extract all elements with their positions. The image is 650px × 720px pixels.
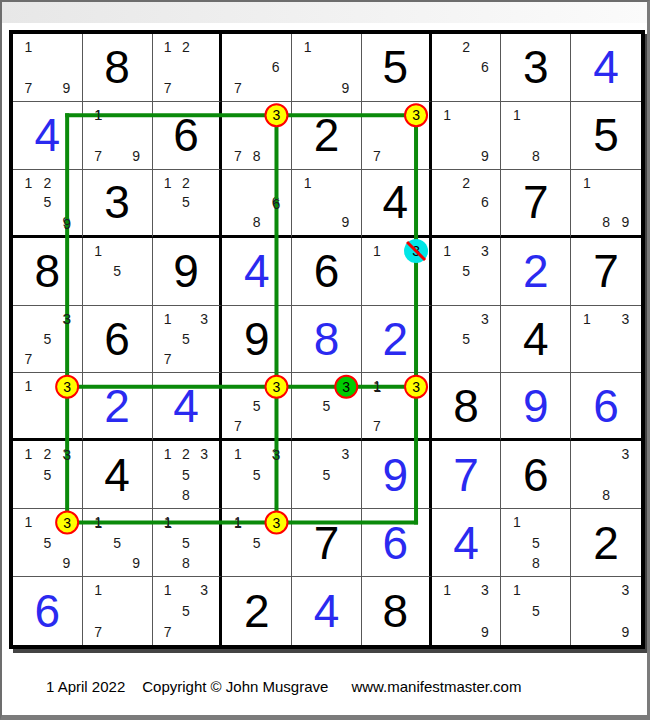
- candidate-7: 7: [368, 145, 386, 165]
- candidate-empty: [317, 57, 336, 77]
- cell-r6c2[interactable]: 2: [83, 373, 153, 441]
- pencil-marks: 19: [432, 102, 501, 169]
- pencil-marks: 17: [83, 577, 152, 645]
- candidate-empty: [545, 105, 564, 125]
- candidate-1: 1: [438, 241, 457, 261]
- candidate-7: 7: [228, 145, 247, 165]
- candidate-empty: [596, 444, 615, 464]
- candidate-1: 1: [577, 309, 596, 329]
- cell-r1c5[interactable]: 19: [292, 34, 362, 102]
- cell-r9c4[interactable]: 2: [222, 577, 292, 645]
- cell-r3c9[interactable]: 189: [571, 170, 641, 238]
- candidate-empty: [577, 329, 596, 349]
- cell-r6c6[interactable]: 137: [362, 373, 432, 441]
- candidate-empty: [386, 416, 404, 436]
- cell-r2c3[interactable]: 6: [153, 102, 223, 170]
- pencil-marks: 13: [571, 306, 641, 373]
- cell-r1c6[interactable]: 5: [362, 34, 432, 102]
- candidate-2: 2: [457, 37, 476, 57]
- solved-digit: 4: [153, 373, 220, 438]
- cell-r7c9[interactable]: 38: [571, 441, 641, 509]
- candidate-empty: [476, 125, 495, 145]
- candidate-empty: [526, 105, 545, 125]
- cell-r4c8[interactable]: 2: [501, 238, 571, 306]
- given-digit: 8: [83, 34, 152, 101]
- cell-r2c7[interactable]: 19: [432, 102, 502, 170]
- candidate-empty: [336, 173, 355, 193]
- candidate-3: 3: [57, 444, 76, 464]
- candidate-empty: [228, 212, 247, 232]
- cell-r4c7[interactable]: 135: [432, 238, 502, 306]
- candidate-2: 2: [177, 37, 195, 57]
- cell-r9c3[interactable]: 1357: [153, 577, 223, 645]
- candidate-5: 5: [38, 329, 57, 349]
- solved-digit: 6: [362, 509, 429, 576]
- candidate-3: 3: [616, 309, 635, 329]
- candidate-empty: [298, 212, 317, 232]
- cell-r2c5[interactable]: 2: [292, 102, 362, 170]
- solved-digit: 2: [83, 373, 152, 438]
- solved-digit: 4: [13, 102, 82, 169]
- candidate-empty: [247, 105, 266, 125]
- candidate-empty: [476, 601, 495, 622]
- candidate-empty: [596, 580, 615, 601]
- given-digit: 2: [222, 577, 291, 645]
- cell-r6c4[interactable]: 357: [222, 373, 292, 441]
- cell-r6c9[interactable]: 6: [571, 373, 641, 441]
- candidate-empty: [177, 349, 195, 369]
- candidate-empty: [596, 192, 615, 212]
- candidate-3: 3: [476, 309, 495, 329]
- cell-r3c2[interactable]: 3: [83, 170, 153, 238]
- cell-r4c3[interactable]: 9: [153, 238, 223, 306]
- candidate-empty: [438, 329, 457, 349]
- candidate-empty: [457, 125, 476, 145]
- candidate-empty: [19, 533, 38, 553]
- candidate-empty: [386, 281, 404, 301]
- pencil-marks: 26: [432, 34, 501, 101]
- candidate-7: 7: [89, 145, 108, 165]
- candidate-empty: [298, 57, 317, 77]
- candidate-1: 1: [89, 241, 108, 261]
- cell-r9c5[interactable]: 4: [292, 577, 362, 645]
- candidate-empty: [317, 192, 336, 212]
- cell-r4c5[interactable]: 6: [292, 238, 362, 306]
- solved-digit: 8: [292, 306, 361, 373]
- candidate-3: 3: [57, 512, 76, 532]
- cell-r8c6[interactable]: 6: [362, 509, 432, 577]
- candidate-empty: [404, 416, 422, 436]
- candidate-empty: [89, 601, 108, 622]
- candidate-empty: [247, 444, 266, 464]
- pencil-marks: 35: [292, 441, 361, 508]
- candidate-empty: [577, 444, 596, 464]
- candidate-empty: [38, 396, 57, 416]
- cell-r5c7[interactable]: 35: [432, 306, 502, 374]
- candidate-3: 3: [336, 444, 355, 464]
- cell-r9c1[interactable]: 6: [13, 577, 83, 645]
- cell-r5c2[interactable]: 6: [83, 306, 153, 374]
- cell-r3c6[interactable]: 4: [362, 170, 432, 238]
- given-digit: 3: [83, 170, 152, 235]
- candidate-empty: [457, 241, 476, 261]
- candidate-9: 9: [336, 78, 355, 98]
- given-digit: 6: [292, 238, 361, 305]
- candidate-empty: [438, 261, 457, 281]
- candidate-6: 6: [476, 192, 495, 212]
- candidate-empty: [438, 309, 457, 329]
- candidate-empty: [266, 485, 285, 505]
- cell-r3c5[interactable]: 19: [292, 170, 362, 238]
- cell-r7c2[interactable]: 4: [83, 441, 153, 509]
- cell-r5c5[interactable]: 8: [292, 306, 362, 374]
- cell-r4c2[interactable]: 15: [83, 238, 153, 306]
- given-digit: 7: [292, 509, 361, 576]
- pencil-marks: 1357: [153, 577, 220, 645]
- cell-r6c5[interactable]: 35: [292, 373, 362, 441]
- candidate-5: 5: [526, 601, 545, 622]
- candidate-2: 2: [38, 173, 57, 193]
- pencil-marks: 158: [153, 509, 220, 576]
- candidate-1: 1: [19, 444, 38, 464]
- candidate-empty: [368, 261, 386, 281]
- candidate-empty: [195, 78, 213, 98]
- candidate-1: 1: [159, 512, 177, 532]
- cell-r6c8[interactable]: 9: [501, 373, 571, 441]
- solved-digit: 4: [292, 577, 361, 645]
- given-digit: 3: [501, 34, 570, 101]
- candidate-empty: [38, 57, 57, 77]
- candidate-1: 1: [228, 512, 247, 532]
- cell-r1c4[interactable]: 67: [222, 34, 292, 102]
- cell-r3c7[interactable]: 26: [432, 170, 502, 238]
- candidate-empty: [127, 261, 146, 281]
- app-window: 1798127671952634417963782371918512593125…: [0, 0, 650, 720]
- cell-r3c1[interactable]: 1259: [13, 170, 83, 238]
- given-digit: 7: [501, 170, 570, 235]
- candidate-empty: [317, 78, 336, 98]
- candidate-empty: [177, 621, 195, 642]
- cell-r1c1[interactable]: 179: [13, 34, 83, 102]
- cell-r7c3[interactable]: 12358: [153, 441, 223, 509]
- cell-r5c8[interactable]: 4: [501, 306, 571, 374]
- candidate-empty: [127, 512, 146, 532]
- candidate-empty: [195, 533, 213, 553]
- cell-r1c8[interactable]: 3: [501, 34, 571, 102]
- candidate-3: 3: [616, 580, 635, 601]
- cell-r4c1[interactable]: 8: [13, 238, 83, 306]
- cell-r5c1[interactable]: 357: [13, 306, 83, 374]
- candidate-5: 5: [247, 396, 266, 416]
- candidate-empty: [19, 553, 38, 573]
- solved-digit: 6: [13, 577, 82, 645]
- candidate-empty: [616, 601, 635, 622]
- candidate-empty: [336, 192, 355, 212]
- candidate-empty: [195, 465, 213, 485]
- candidate-empty: [457, 212, 476, 232]
- pencil-marks: 139: [432, 577, 501, 645]
- candidate-empty: [38, 212, 57, 232]
- cell-r8c1[interactable]: 1359: [13, 509, 83, 577]
- candidate-empty: [38, 512, 57, 532]
- candidate-1: 1: [507, 512, 526, 532]
- candidate-empty: [108, 125, 127, 145]
- candidate-empty: [457, 601, 476, 622]
- candidate-empty: [298, 485, 317, 505]
- candidate-empty: [616, 465, 635, 485]
- candidate-7: 7: [159, 621, 177, 642]
- candidate-empty: [457, 57, 476, 77]
- candidate-empty: [545, 601, 564, 622]
- candidate-empty: [159, 329, 177, 349]
- candidate-empty: [19, 57, 38, 77]
- cell-r4c9[interactable]: 7: [571, 238, 641, 306]
- candidate-empty: [195, 621, 213, 642]
- cell-r8c4[interactable]: 135: [222, 509, 292, 577]
- candidate-empty: [577, 349, 596, 369]
- candidate-empty: [195, 173, 213, 193]
- pencil-marks: 67: [222, 34, 291, 101]
- candidate-empty: [38, 349, 57, 369]
- cell-r9c8[interactable]: 15: [501, 577, 571, 645]
- cell-r4c6[interactable]: 13: [362, 238, 432, 306]
- candidate-empty: [476, 37, 495, 57]
- candidate-empty: [507, 125, 526, 145]
- candidate-1: 1: [159, 444, 177, 464]
- candidate-empty: [404, 125, 422, 145]
- solved-digit: 4: [222, 238, 291, 305]
- candidate-3: 3: [195, 444, 213, 464]
- candidate-empty: [19, 212, 38, 232]
- candidate-empty: [336, 57, 355, 77]
- candidate-empty: [368, 125, 386, 145]
- candidate-empty: [298, 444, 317, 464]
- candidate-empty: [19, 192, 38, 212]
- candidate-1: 1: [507, 105, 526, 125]
- candidate-empty: [57, 57, 76, 77]
- candidate-empty: [457, 105, 476, 125]
- candidate-empty: [616, 485, 635, 505]
- candidate-empty: [577, 580, 596, 601]
- candidate-9: 9: [616, 212, 635, 232]
- candidate-1: 1: [89, 580, 108, 601]
- cell-r7c5[interactable]: 35: [292, 441, 362, 509]
- candidate-empty: [89, 261, 108, 281]
- cell-r2c9[interactable]: 5: [571, 102, 641, 170]
- candidate-5: 5: [177, 329, 195, 349]
- candidate-empty: [317, 212, 336, 232]
- cell-r7c4[interactable]: 135: [222, 441, 292, 509]
- pencil-marks: 35: [292, 373, 361, 438]
- candidate-7: 7: [159, 349, 177, 369]
- candidate-empty: [195, 553, 213, 573]
- candidate-6: 6: [266, 57, 285, 77]
- cell-r3c8[interactable]: 7: [501, 170, 571, 238]
- candidate-empty: [89, 553, 108, 573]
- cell-r8c9[interactable]: 2: [571, 509, 641, 577]
- candidate-5: 5: [526, 533, 545, 553]
- candidate-empty: [545, 553, 564, 573]
- cell-r6c1[interactable]: 13: [13, 373, 83, 441]
- candidate-3: 3: [266, 444, 285, 464]
- candidate-empty: [266, 465, 285, 485]
- candidate-empty: [438, 145, 457, 165]
- cell-r6c3[interactable]: 4: [153, 373, 223, 441]
- cell-r9c9[interactable]: 39: [571, 577, 641, 645]
- cell-r1c2[interactable]: 8: [83, 34, 153, 102]
- cell-r5c4[interactable]: 9: [222, 306, 292, 374]
- candidate-empty: [195, 349, 213, 369]
- candidate-7: 7: [19, 349, 38, 369]
- pencil-marks: 15: [83, 238, 152, 305]
- candidate-9: 9: [57, 78, 76, 98]
- candidate-1: 1: [438, 580, 457, 601]
- candidate-empty: [177, 57, 195, 77]
- candidate-empty: [266, 533, 285, 553]
- cell-r7c1[interactable]: 1235: [13, 441, 83, 509]
- candidate-empty: [298, 416, 317, 436]
- candidate-empty: [247, 78, 266, 98]
- cell-r7c6[interactable]: 9: [362, 441, 432, 509]
- candidate-empty: [577, 621, 596, 642]
- cell-r5c6[interactable]: 2: [362, 306, 432, 374]
- candidate-empty: [19, 465, 38, 485]
- cell-r5c3[interactable]: 1357: [153, 306, 223, 374]
- candidate-empty: [19, 309, 38, 329]
- candidate-empty: [38, 309, 57, 329]
- candidate-empty: [545, 621, 564, 642]
- cell-r8c7[interactable]: 4: [432, 509, 502, 577]
- candidate-1: 1: [19, 512, 38, 532]
- footer-copyright: Copyright © John Musgrave: [142, 678, 328, 695]
- candidate-3: 3: [195, 580, 213, 601]
- cell-r2c6[interactable]: 37: [362, 102, 432, 170]
- candidate-7: 7: [19, 78, 38, 98]
- candidate-5: 5: [457, 261, 476, 281]
- candidate-empty: [596, 465, 615, 485]
- pencil-marks: 1357: [153, 306, 220, 373]
- given-digit: 6: [83, 306, 152, 373]
- candidate-9: 9: [57, 553, 76, 573]
- candidate-empty: [159, 533, 177, 553]
- candidate-empty: [19, 396, 38, 416]
- candidate-empty: [228, 125, 247, 145]
- candidate-empty: [386, 396, 404, 416]
- candidate-empty: [228, 376, 247, 396]
- candidate-empty: [438, 621, 457, 642]
- candidate-empty: [577, 485, 596, 505]
- candidate-1: 1: [159, 309, 177, 329]
- candidate-6: 6: [266, 192, 285, 212]
- candidate-empty: [108, 601, 127, 622]
- candidate-5: 5: [317, 465, 336, 485]
- cell-r1c9[interactable]: 4: [571, 34, 641, 102]
- candidate-9: 9: [476, 145, 495, 165]
- candidate-empty: [404, 396, 422, 416]
- candidate-empty: [545, 512, 564, 532]
- candidate-2: 2: [38, 444, 57, 464]
- solved-digit: 7: [432, 441, 501, 508]
- candidate-empty: [247, 376, 266, 396]
- candidate-empty: [298, 396, 317, 416]
- candidate-empty: [57, 465, 76, 485]
- candidate-empty: [336, 465, 355, 485]
- candidate-1: 1: [368, 376, 386, 396]
- candidate-3: 3: [57, 376, 76, 396]
- given-digit: 8: [13, 238, 82, 305]
- pencil-marks: 1359: [13, 509, 82, 576]
- cell-r4c4[interactable]: 4: [222, 238, 292, 306]
- cell-r7c7[interactable]: 7: [432, 441, 502, 509]
- cell-r2c8[interactable]: 18: [501, 102, 571, 170]
- cell-r8c8[interactable]: 158: [501, 509, 571, 577]
- candidate-empty: [457, 349, 476, 369]
- candidate-empty: [57, 533, 76, 553]
- candidate-1: 1: [159, 173, 177, 193]
- candidate-empty: [298, 465, 317, 485]
- cell-r9c6[interactable]: 8: [362, 577, 432, 645]
- candidate-7: 7: [228, 78, 247, 98]
- candidate-3: 3: [404, 105, 422, 125]
- candidate-empty: [438, 37, 457, 57]
- cell-r5c9[interactable]: 13: [571, 306, 641, 374]
- cell-r2c4[interactable]: 378: [222, 102, 292, 170]
- candidate-empty: [195, 329, 213, 349]
- candidate-1: 1: [298, 173, 317, 193]
- candidate-empty: [177, 212, 195, 232]
- candidate-empty: [404, 281, 422, 301]
- candidate-3: 3: [266, 376, 285, 396]
- cell-r9c7[interactable]: 139: [432, 577, 502, 645]
- cell-r1c3[interactable]: 127: [153, 34, 223, 102]
- cell-r3c3[interactable]: 125: [153, 170, 223, 238]
- candidate-empty: [127, 241, 146, 261]
- candidate-empty: [247, 173, 266, 193]
- footer-website[interactable]: www.manifestmaster.com: [351, 678, 521, 695]
- cell-r3c4[interactable]: 68: [222, 170, 292, 238]
- candidate-empty: [177, 580, 195, 601]
- candidate-empty: [228, 465, 247, 485]
- candidate-empty: [38, 37, 57, 57]
- cell-r8c5[interactable]: 7: [292, 509, 362, 577]
- candidate-empty: [247, 37, 266, 57]
- candidate-empty: [368, 396, 386, 416]
- candidate-empty: [577, 601, 596, 622]
- candidate-empty: [404, 145, 422, 165]
- candidate-empty: [457, 580, 476, 601]
- cell-r9c2[interactable]: 17: [83, 577, 153, 645]
- cell-r8c2[interactable]: 159: [83, 509, 153, 577]
- solved-digit: 4: [432, 509, 501, 576]
- given-digit: 4: [83, 441, 152, 508]
- candidate-1: 1: [507, 580, 526, 601]
- candidate-empty: [317, 173, 336, 193]
- pencil-marks: 35: [432, 306, 501, 373]
- pencil-marks: 38: [571, 441, 641, 508]
- candidate-empty: [195, 37, 213, 57]
- candidate-empty: [476, 78, 495, 98]
- cell-r6c7[interactable]: 8: [432, 373, 502, 441]
- given-digit: 7: [571, 238, 641, 305]
- cell-r2c1[interactable]: 4: [13, 102, 83, 170]
- cell-r1c7[interactable]: 26: [432, 34, 502, 102]
- cell-r8c3[interactable]: 158: [153, 509, 223, 577]
- cell-r7c8[interactable]: 6: [501, 441, 571, 509]
- candidate-empty: [266, 78, 285, 98]
- cell-r2c2[interactable]: 179: [83, 102, 153, 170]
- candidate-8: 8: [177, 553, 195, 573]
- given-digit: 2: [292, 102, 361, 169]
